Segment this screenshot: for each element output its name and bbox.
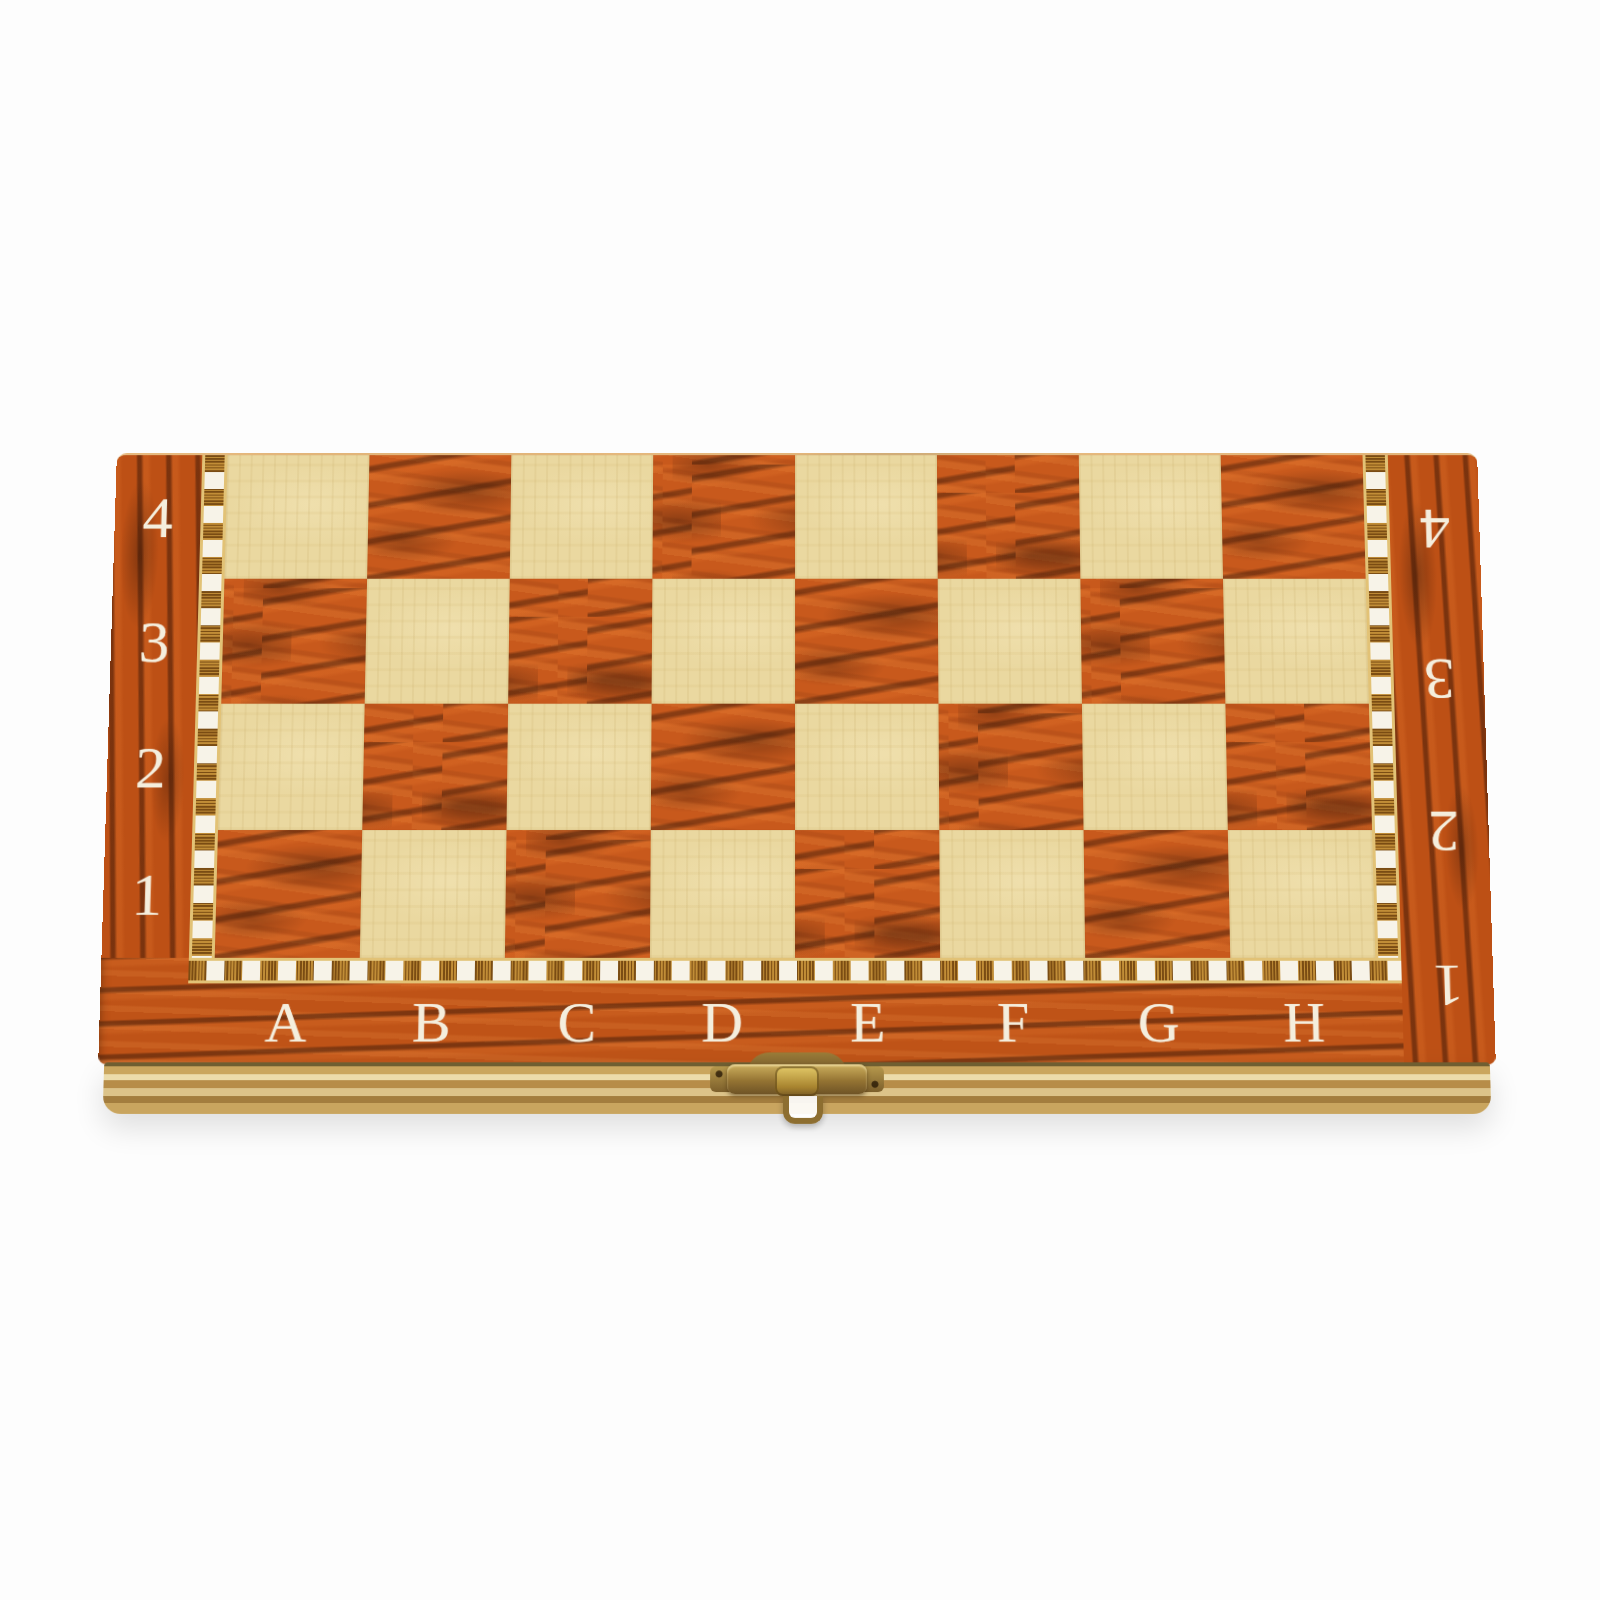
square-b2 xyxy=(362,704,508,830)
file-label-e: E xyxy=(795,983,941,1062)
rank-label-left-2: 2 xyxy=(105,704,195,830)
file-label-c: C xyxy=(504,983,650,1062)
square-b3 xyxy=(365,579,510,704)
rank-label-right-2: 2 xyxy=(1396,756,1491,909)
rank-label-left-1: 1 xyxy=(101,830,192,958)
square-b4 xyxy=(367,455,511,579)
board-frame-right: 4 3 2 1 xyxy=(1388,455,1496,1064)
file-label-d: D xyxy=(649,983,795,1062)
square-f4 xyxy=(937,455,1080,579)
box-side-edge xyxy=(103,1062,1492,1114)
square-c3 xyxy=(508,579,652,704)
square-d4 xyxy=(652,455,795,579)
clasp-knob xyxy=(775,1066,819,1096)
square-e1 xyxy=(795,830,940,958)
file-label-a: A xyxy=(212,983,359,1062)
square-a4 xyxy=(224,455,369,579)
square-e3 xyxy=(795,579,938,704)
board-face: 4 3 2 1 xyxy=(98,453,1496,1064)
square-h3 xyxy=(1223,579,1369,704)
square-b1 xyxy=(360,830,507,958)
rank-label-right-1: 1 xyxy=(1400,909,1496,1064)
square-c2 xyxy=(507,704,652,830)
square-d2 xyxy=(651,704,795,830)
square-h4 xyxy=(1221,455,1366,579)
brass-clasp xyxy=(712,1052,882,1125)
square-h1 xyxy=(1228,830,1376,958)
square-f3 xyxy=(938,579,1082,704)
board-grid xyxy=(215,455,1376,958)
square-a1 xyxy=(215,830,363,958)
square-g1 xyxy=(1084,830,1231,958)
clasp-loop xyxy=(783,1096,823,1124)
file-label-g: G xyxy=(1085,983,1232,1062)
rank-label-left-3: 3 xyxy=(109,579,199,704)
square-a3 xyxy=(221,579,367,704)
inlay-border-bottom xyxy=(188,958,1402,984)
square-e2 xyxy=(795,704,939,830)
rank-label-right-4: 4 xyxy=(1388,455,1482,604)
square-c4 xyxy=(510,455,653,579)
square-f2 xyxy=(938,704,1083,830)
photo-background: 4 3 2 1 xyxy=(0,0,1600,1600)
rank-label-left-4: 4 xyxy=(113,455,202,579)
file-label-f: F xyxy=(940,983,1086,1062)
square-d1 xyxy=(650,830,795,958)
board-frame-left: 4 3 2 1 xyxy=(101,455,202,958)
file-labels: A B C D E F G H xyxy=(212,983,1378,1062)
square-g2 xyxy=(1082,704,1228,830)
square-g4 xyxy=(1079,455,1223,579)
square-f1 xyxy=(939,830,1085,958)
file-label-h: H xyxy=(1231,983,1378,1062)
square-a2 xyxy=(218,704,365,830)
file-label-b: B xyxy=(358,983,505,1062)
square-e4 xyxy=(795,455,938,579)
rank-label-right-3: 3 xyxy=(1392,604,1487,755)
square-c1 xyxy=(505,830,651,958)
square-g3 xyxy=(1080,579,1225,704)
square-d3 xyxy=(652,579,795,704)
folded-chessboard-box: 4 3 2 1 xyxy=(96,453,1498,1130)
square-h2 xyxy=(1225,704,1372,830)
